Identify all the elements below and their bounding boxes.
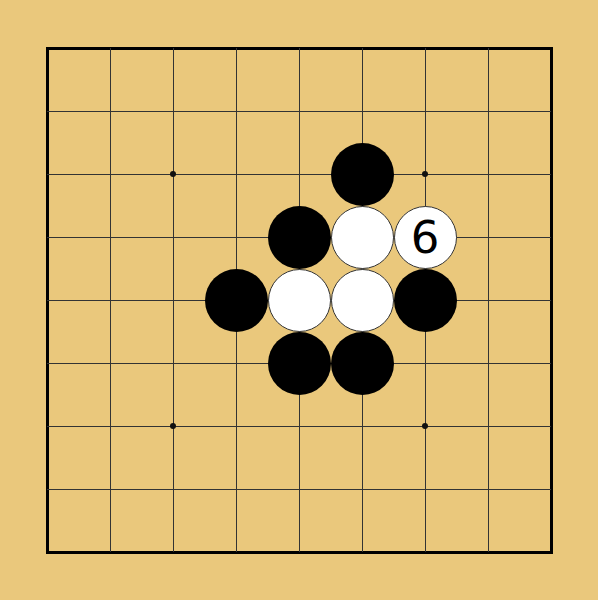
grid-line-vertical — [488, 48, 489, 552]
white-stone — [331, 206, 394, 269]
move-number-label: 6 — [394, 206, 457, 269]
black-stone — [268, 206, 331, 269]
black-stone — [205, 269, 268, 332]
go-board[interactable]: 6 — [0, 0, 598, 600]
black-stone — [331, 143, 394, 206]
white-stone — [331, 269, 394, 332]
star-point — [170, 171, 176, 177]
grid-line-horizontal — [47, 426, 551, 427]
star-point — [422, 423, 428, 429]
star-point — [422, 171, 428, 177]
black-stone — [268, 332, 331, 395]
black-stone — [394, 269, 457, 332]
grid-line-horizontal — [47, 489, 551, 490]
white-stone — [268, 269, 331, 332]
star-point — [170, 423, 176, 429]
black-stone — [331, 332, 394, 395]
goban-background: 6 — [0, 0, 598, 600]
